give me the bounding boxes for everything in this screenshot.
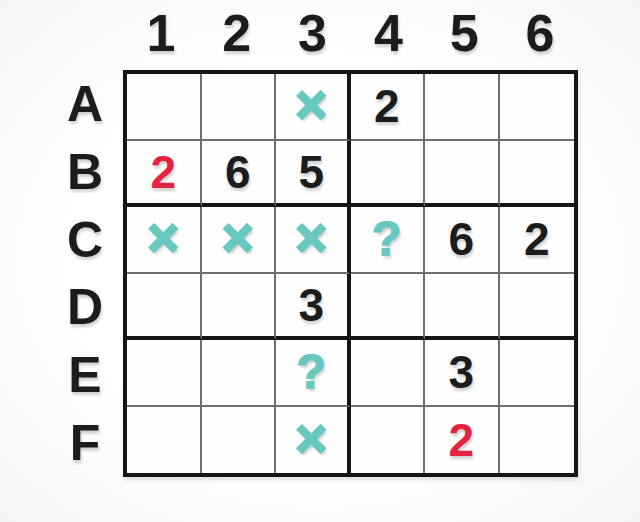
row-labels: ABCDEF [52,70,118,477]
digit-red: 2 [448,417,474,463]
cell-B5[interactable] [425,141,500,208]
row-label-F: F [52,409,118,477]
column-header-6: 6 [502,0,578,66]
cell-B6[interactable] [500,141,575,208]
board-grid: ×2265×××?623?3×2 [123,70,578,477]
question-mark: ? [372,215,401,263]
cell-E6[interactable] [500,340,575,407]
cell-D5[interactable] [425,274,500,341]
elimination-x-mark: × [295,210,327,264]
cell-F6[interactable] [500,407,575,474]
cell-D3[interactable]: 3 [276,274,351,341]
cell-B2[interactable]: 6 [202,141,277,208]
column-header-5: 5 [426,0,502,66]
cell-F4[interactable] [351,407,426,474]
cell-D4[interactable] [351,274,426,341]
digit-given: 2 [374,83,400,129]
cell-C3[interactable]: × [276,207,351,274]
cell-B3[interactable]: 5 [276,141,351,208]
cell-C6[interactable]: 2 [500,207,575,274]
elimination-x-mark: × [295,77,327,131]
cell-F5[interactable]: 2 [425,407,500,474]
cell-B1[interactable]: 2 [127,141,202,208]
cell-E2[interactable] [202,340,277,407]
digit-given: 6 [225,149,251,195]
column-header-1: 1 [123,0,199,66]
cell-D1[interactable] [127,274,202,341]
cell-A1[interactable] [127,74,202,141]
cell-E4[interactable] [351,340,426,407]
cell-A4[interactable]: 2 [351,74,426,141]
cell-A3[interactable]: × [276,74,351,141]
cell-E3[interactable]: ? [276,340,351,407]
digit-given: 3 [298,282,324,328]
cell-C5[interactable]: 6 [425,207,500,274]
digit-red: 2 [150,149,176,195]
row-label-E: E [52,341,118,409]
puzzle-stage: 123456 ABCDEF ×2265×××?623?3×2 [0,0,640,522]
cell-A6[interactable] [500,74,575,141]
cell-F1[interactable] [127,407,202,474]
question-mark: ? [297,348,326,396]
column-header-2: 2 [199,0,275,66]
column-header-4: 4 [351,0,427,66]
elimination-x-mark: × [295,411,327,465]
cell-E5[interactable]: 3 [425,340,500,407]
digit-given: 6 [448,216,474,262]
cell-F2[interactable] [202,407,277,474]
cell-C1[interactable]: × [127,207,202,274]
cell-D6[interactable] [500,274,575,341]
cell-A2[interactable] [202,74,277,141]
elimination-x-mark: × [147,210,179,264]
row-label-B: B [52,138,118,206]
column-headers: 123456 [123,0,578,66]
elimination-x-mark: × [222,210,254,264]
cell-F3[interactable]: × [276,407,351,474]
cell-A5[interactable] [425,74,500,141]
column-header-3: 3 [275,0,351,66]
digit-given: 3 [448,349,474,395]
row-label-C: C [52,206,118,274]
row-label-D: D [52,274,118,342]
cell-D2[interactable] [202,274,277,341]
digit-given: 2 [524,216,550,262]
cell-B4[interactable] [351,141,426,208]
cell-C2[interactable]: × [202,207,277,274]
row-label-A: A [52,70,118,138]
cell-E1[interactable] [127,340,202,407]
cell-C4[interactable]: ? [351,207,426,274]
digit-given: 5 [298,149,324,195]
